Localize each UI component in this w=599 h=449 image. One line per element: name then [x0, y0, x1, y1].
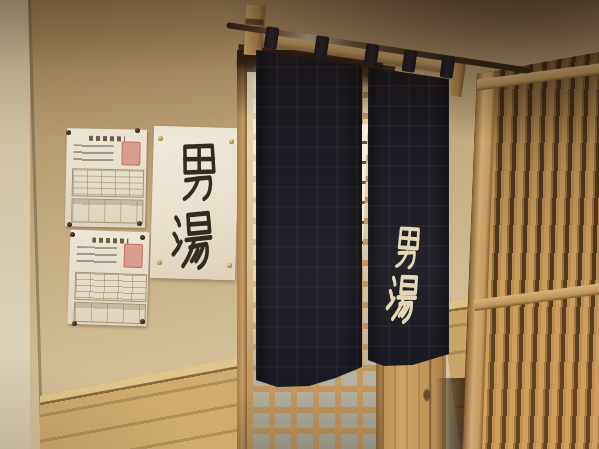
kanji-yu-glyph	[168, 209, 216, 271]
document-table	[71, 198, 144, 224]
push-pin	[135, 128, 140, 133]
noren-panel-left	[256, 46, 362, 388]
document-table	[73, 302, 145, 324]
push-pin	[67, 222, 72, 227]
bathhouse-entrance-photo: 男湯 男湯	[0, 0, 599, 449]
document-text-lines	[76, 246, 117, 265]
push-pin	[70, 232, 75, 237]
push-pin	[140, 235, 145, 240]
left-wall-strip	[0, 0, 30, 449]
noren-panel-right: 男湯	[368, 60, 449, 367]
brass-pin	[229, 139, 234, 144]
red-seal-stamp	[121, 141, 140, 165]
lattice-lower-shade	[237, 389, 383, 449]
push-pin	[140, 319, 145, 324]
screen-edge-shadow	[436, 378, 466, 449]
push-pin	[72, 321, 77, 326]
mens-bath-sign: 男湯	[150, 126, 239, 280]
red-seal-stamp	[123, 244, 143, 269]
push-pin	[137, 221, 142, 226]
kanji-yu-glyph	[382, 270, 423, 326]
vertical-slat-screen	[460, 48, 599, 449]
kanji-otoko-glyph	[173, 140, 222, 201]
brass-pin	[158, 136, 163, 141]
brass-pin	[157, 260, 162, 265]
notice-document-lower	[67, 230, 149, 327]
document-text-lines	[73, 144, 113, 163]
kanji-otoko-glyph	[389, 223, 425, 271]
push-pin	[66, 130, 71, 135]
document-table	[74, 272, 146, 302]
document-title-text	[92, 237, 128, 243]
brass-pin	[227, 263, 232, 268]
document-title-text	[89, 136, 125, 142]
notice-document-upper	[65, 128, 147, 228]
document-table	[72, 168, 145, 198]
